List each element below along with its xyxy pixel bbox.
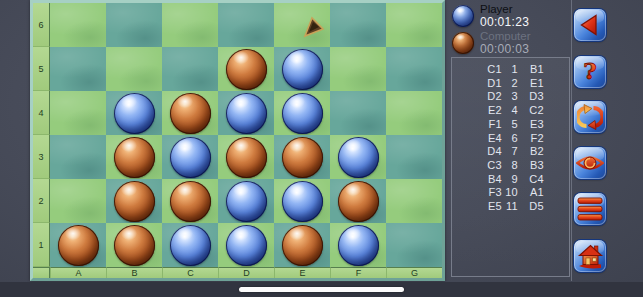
blue-piece — [226, 225, 267, 266]
orange-piece — [58, 225, 99, 266]
cell-G3[interactable] — [386, 135, 442, 179]
cell-B2[interactable] — [106, 179, 162, 223]
back-arrow-icon — [578, 13, 602, 37]
cell-C5[interactable] — [162, 47, 218, 91]
cell-E1[interactable] — [274, 223, 330, 267]
move-number: 9 — [502, 173, 518, 187]
row-label-6: 6 — [33, 3, 50, 47]
move-number: 10 — [502, 186, 518, 200]
move-computer: E1 — [518, 77, 544, 91]
blue-piece — [282, 49, 323, 90]
move-player: D4 — [452, 145, 502, 159]
move-number: 6 — [502, 132, 518, 146]
col-label-A: A — [50, 267, 106, 278]
help-button[interactable]: ? — [574, 56, 606, 88]
move-player: C3 — [452, 159, 502, 173]
move-player: F3 — [452, 186, 502, 200]
cell-C4[interactable] — [162, 91, 218, 135]
cell-G6[interactable] — [386, 3, 442, 47]
app-screen: 654321ABCDEFG Player 00:01:23 Computer 0… — [0, 0, 643, 297]
orange-piece — [226, 137, 267, 178]
row-label-2: 2 — [33, 179, 50, 223]
cell-B3[interactable] — [106, 135, 162, 179]
computer-piece-icon — [452, 32, 474, 54]
cell-G1[interactable] — [386, 223, 442, 267]
cell-F3[interactable] — [330, 135, 386, 179]
move-computer: C4 — [518, 173, 544, 187]
row-label-1: 1 — [33, 223, 50, 267]
orange-piece — [282, 137, 323, 178]
restart-button[interactable] — [574, 101, 606, 133]
blue-piece — [226, 93, 267, 134]
question-mark-icon: ? — [578, 59, 602, 85]
move-computer: E3 — [518, 118, 544, 132]
col-label-D: D — [218, 267, 274, 278]
computer-time: 00:00:03 — [480, 43, 531, 56]
row-label-5: 5 — [33, 47, 50, 91]
move-player: F1 — [452, 118, 502, 132]
move-player: D2 — [452, 90, 502, 104]
col-label-B: B — [106, 267, 162, 278]
orange-piece — [170, 93, 211, 134]
cell-E5[interactable] — [274, 47, 330, 91]
blue-piece — [114, 93, 155, 134]
player-clock: Player 00:01:23 — [452, 3, 570, 28]
move-number: 3 — [502, 90, 518, 104]
orange-piece — [114, 225, 155, 266]
move-number: 7 — [502, 145, 518, 159]
move-player: E2 — [452, 104, 502, 118]
move-player: D1 — [452, 77, 502, 91]
blue-piece — [170, 137, 211, 178]
cell-B1[interactable] — [106, 223, 162, 267]
orange-piece — [226, 49, 267, 90]
board-corner — [33, 267, 50, 278]
player-piece-icon — [452, 5, 474, 27]
cell-C1[interactable] — [162, 223, 218, 267]
cell-G2[interactable] — [386, 179, 442, 223]
player-label: Player — [480, 3, 529, 16]
cell-D1[interactable] — [218, 223, 274, 267]
svg-text:?: ? — [583, 59, 596, 84]
move-number: 5 — [502, 118, 518, 132]
cell-F6[interactable] — [330, 3, 386, 47]
cell-A1[interactable] — [50, 223, 106, 267]
orange-piece — [114, 137, 155, 178]
col-label-C: C — [162, 267, 218, 278]
cell-A2[interactable] — [50, 179, 106, 223]
cell-D6[interactable] — [218, 3, 274, 47]
move-number: 8 — [502, 159, 518, 173]
blue-piece — [282, 93, 323, 134]
cell-A3[interactable] — [50, 135, 106, 179]
move-number: 4 — [502, 104, 518, 118]
cell-D5[interactable] — [218, 47, 274, 91]
cell-F5[interactable] — [330, 47, 386, 91]
orange-piece — [170, 181, 211, 222]
cell-F1[interactable] — [330, 223, 386, 267]
computer-clock: Computer 00:00:03 — [452, 30, 570, 55]
col-label-E: E — [274, 267, 330, 278]
move-player: C1 — [452, 63, 502, 77]
cell-A6[interactable] — [50, 3, 106, 47]
move-computer: A1 — [518, 186, 544, 200]
blue-piece — [226, 181, 267, 222]
show-button[interactable] — [574, 147, 606, 179]
blue-piece — [282, 181, 323, 222]
home-button[interactable] — [574, 240, 606, 272]
back-button[interactable] — [574, 9, 606, 41]
cell-E2[interactable] — [274, 179, 330, 223]
home-indicator[interactable] — [239, 287, 404, 292]
cell-C3[interactable] — [162, 135, 218, 179]
eye-icon — [576, 152, 604, 174]
move-computer: F2 — [518, 132, 544, 146]
cell-B5[interactable] — [106, 47, 162, 91]
cell-B6[interactable] — [106, 3, 162, 47]
clock-panel: Player 00:01:23 Computer 00:00:03 — [452, 3, 570, 57]
row-label-3: 3 — [33, 135, 50, 179]
cell-D2[interactable] — [218, 179, 274, 223]
move-player: B4 — [452, 173, 502, 187]
cell-A4[interactable] — [50, 91, 106, 135]
move-player: E5 — [452, 200, 502, 214]
cell-G5[interactable] — [386, 47, 442, 91]
move-list-panel: C11B1D12E1D23D3E24C2F15E3E46F2D47B2C38B3… — [451, 57, 570, 277]
cell-C2[interactable] — [162, 179, 218, 223]
orange-piece — [338, 181, 379, 222]
player-time: 00:01:23 — [480, 16, 529, 29]
cell-E6[interactable] — [274, 3, 330, 47]
home-icon — [576, 242, 604, 270]
menu-button[interactable] — [574, 193, 606, 225]
cell-B4[interactable] — [106, 91, 162, 135]
blue-piece — [338, 137, 379, 178]
move-computer: B2 — [518, 145, 544, 159]
move-number: 1 — [502, 63, 518, 77]
last-move-arrow-icon — [303, 16, 325, 38]
sidebar-divider — [571, 0, 572, 281]
orange-piece — [282, 225, 323, 266]
computer-label: Computer — [480, 30, 531, 43]
cell-F4[interactable] — [330, 91, 386, 135]
cell-A5[interactable] — [50, 47, 106, 91]
orange-piece — [114, 181, 155, 222]
cell-E3[interactable] — [274, 135, 330, 179]
cell-D3[interactable] — [218, 135, 274, 179]
move-list: C11B1D12E1D23D3E24C2F15E3E46F2D47B2C38B3… — [452, 58, 569, 214]
cell-G4[interactable] — [386, 91, 442, 135]
cell-F2[interactable] — [330, 179, 386, 223]
restart-arrows-icon — [577, 104, 603, 130]
col-label-F: F — [330, 267, 386, 278]
move-number: 11 — [502, 200, 518, 214]
move-player: E4 — [452, 132, 502, 146]
menu-bars-icon — [577, 197, 603, 221]
row-label-4: 4 — [33, 91, 50, 135]
move-computer: C2 — [518, 104, 544, 118]
cell-D4[interactable] — [218, 91, 274, 135]
blue-piece — [338, 225, 379, 266]
blue-piece — [170, 225, 211, 266]
col-label-G: G — [386, 267, 442, 278]
move-computer: B3 — [518, 159, 544, 173]
move-computer: D3 — [518, 90, 544, 104]
board-frame: 654321ABCDEFG — [30, 0, 445, 281]
move-computer: D5 — [518, 200, 544, 214]
cell-C6[interactable] — [162, 3, 218, 47]
move-number: 2 — [502, 77, 518, 91]
board: 654321ABCDEFG — [33, 3, 442, 278]
cell-E4[interactable] — [274, 91, 330, 135]
move-computer: B1 — [518, 63, 544, 77]
